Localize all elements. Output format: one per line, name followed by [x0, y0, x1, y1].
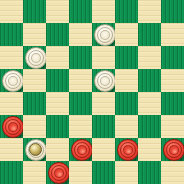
red-man[interactable] — [2, 116, 24, 138]
square-d8[interactable] — [69, 0, 92, 23]
square-e7[interactable] — [92, 23, 115, 46]
square-c6 — [46, 46, 69, 69]
square-h5 — [161, 69, 184, 92]
square-f1 — [115, 161, 138, 184]
square-f4[interactable] — [115, 92, 138, 115]
square-e6 — [92, 46, 115, 69]
square-f7 — [115, 23, 138, 46]
square-c5[interactable] — [46, 69, 69, 92]
square-g7[interactable] — [138, 23, 161, 46]
square-d7 — [69, 23, 92, 46]
red-man[interactable] — [163, 139, 185, 161]
red-man[interactable] — [71, 139, 93, 161]
square-d2[interactable] — [69, 138, 92, 161]
square-b6[interactable] — [23, 46, 46, 69]
square-g6 — [138, 46, 161, 69]
square-h1 — [161, 161, 184, 184]
square-e4 — [92, 92, 115, 115]
square-g3[interactable] — [138, 115, 161, 138]
square-b2[interactable] — [23, 138, 46, 161]
square-a3[interactable] — [0, 115, 23, 138]
square-h6[interactable] — [161, 46, 184, 69]
square-h7 — [161, 23, 184, 46]
square-c2 — [46, 138, 69, 161]
white-king[interactable] — [25, 139, 47, 161]
red-man[interactable] — [48, 162, 70, 184]
white-man[interactable] — [94, 70, 116, 92]
white-man[interactable] — [94, 24, 116, 46]
square-c3[interactable] — [46, 115, 69, 138]
square-h2[interactable] — [161, 138, 184, 161]
square-g1[interactable] — [138, 161, 161, 184]
square-e2 — [92, 138, 115, 161]
square-b4[interactable] — [23, 92, 46, 115]
square-e1[interactable] — [92, 161, 115, 184]
square-f3 — [115, 115, 138, 138]
square-b5 — [23, 69, 46, 92]
square-a5[interactable] — [0, 69, 23, 92]
red-man[interactable] — [117, 139, 139, 161]
square-f5 — [115, 69, 138, 92]
white-man[interactable] — [25, 47, 47, 69]
square-a8 — [0, 0, 23, 23]
square-d6[interactable] — [69, 46, 92, 69]
square-c1[interactable] — [46, 161, 69, 184]
square-d4[interactable] — [69, 92, 92, 115]
square-b8[interactable] — [23, 0, 46, 23]
square-a4 — [0, 92, 23, 115]
square-h3 — [161, 115, 184, 138]
square-h8[interactable] — [161, 0, 184, 23]
square-b7 — [23, 23, 46, 46]
square-a2 — [0, 138, 23, 161]
square-g8 — [138, 0, 161, 23]
square-a1[interactable] — [0, 161, 23, 184]
white-man[interactable] — [2, 70, 24, 92]
square-g4 — [138, 92, 161, 115]
square-d5 — [69, 69, 92, 92]
square-a7[interactable] — [0, 23, 23, 46]
square-b3 — [23, 115, 46, 138]
checkers-board — [0, 0, 184, 184]
square-d1 — [69, 161, 92, 184]
square-d3 — [69, 115, 92, 138]
square-a6 — [0, 46, 23, 69]
square-e5[interactable] — [92, 69, 115, 92]
square-f2[interactable] — [115, 138, 138, 161]
square-b1 — [23, 161, 46, 184]
king-crown-icon — [29, 143, 42, 156]
square-c8 — [46, 0, 69, 23]
square-h4[interactable] — [161, 92, 184, 115]
square-e8 — [92, 0, 115, 23]
square-e3[interactable] — [92, 115, 115, 138]
square-g5[interactable] — [138, 69, 161, 92]
square-f8[interactable] — [115, 0, 138, 23]
square-c7[interactable] — [46, 23, 69, 46]
square-f6[interactable] — [115, 46, 138, 69]
square-g2 — [138, 138, 161, 161]
square-c4 — [46, 92, 69, 115]
